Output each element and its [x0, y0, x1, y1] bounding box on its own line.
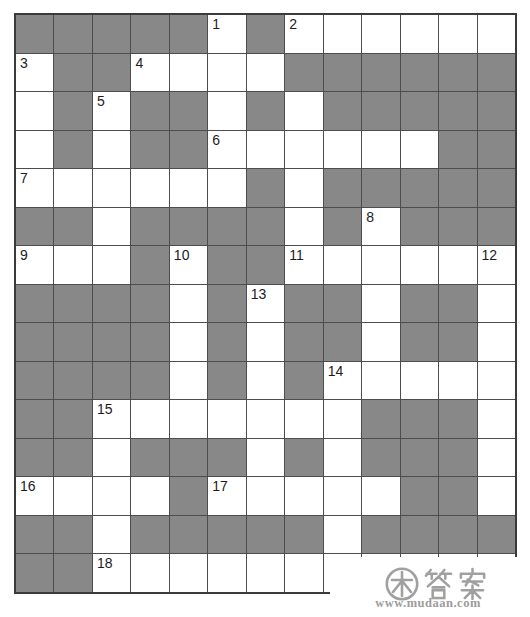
- white-cell[interactable]: [93, 169, 130, 207]
- clue-number: 15: [97, 401, 113, 417]
- block-cell: [16, 285, 53, 323]
- block-cell: [131, 439, 168, 477]
- white-cell[interactable]: [401, 246, 438, 284]
- white-cell[interactable]: [478, 400, 515, 438]
- white-cell[interactable]: [93, 208, 130, 246]
- block-cell: [16, 400, 53, 438]
- white-cell[interactable]: [362, 246, 399, 284]
- white-cell[interactable]: [285, 477, 322, 515]
- white-cell[interactable]: [285, 208, 322, 246]
- block-cell: [401, 516, 438, 554]
- white-cell[interactable]: [170, 554, 207, 592]
- white-cell[interactable]: [247, 400, 284, 438]
- white-cell[interactable]: [362, 285, 399, 323]
- block-cell: [54, 131, 91, 169]
- block-cell: [285, 285, 322, 323]
- block-cell: [208, 285, 245, 323]
- white-cell[interactable]: [247, 554, 284, 592]
- block-cell: [439, 477, 476, 515]
- white-cell[interactable]: [401, 131, 438, 169]
- block-cell: [16, 323, 53, 361]
- white-cell[interactable]: 17: [208, 477, 245, 515]
- white-cell[interactable]: [324, 15, 361, 53]
- white-cell[interactable]: [362, 15, 399, 53]
- white-cell[interactable]: [247, 362, 284, 400]
- block-cell: [285, 323, 322, 361]
- white-cell[interactable]: [170, 54, 207, 92]
- block-cell: [208, 362, 245, 400]
- block-cell: [54, 400, 91, 438]
- white-cell[interactable]: [324, 400, 361, 438]
- block-cell: [16, 15, 53, 53]
- clue-number: 8: [366, 209, 374, 225]
- white-cell[interactable]: [285, 554, 322, 592]
- white-cell[interactable]: [247, 439, 284, 477]
- white-cell[interactable]: 13: [247, 285, 284, 323]
- block-cell: [247, 92, 284, 130]
- white-cell[interactable]: [131, 400, 168, 438]
- white-cell[interactable]: 14: [324, 362, 361, 400]
- white-cell[interactable]: [362, 362, 399, 400]
- clue-number: 16: [20, 478, 36, 494]
- white-cell[interactable]: 5: [93, 92, 130, 130]
- white-cell[interactable]: 6: [208, 131, 245, 169]
- block-cell: [478, 208, 515, 246]
- white-cell[interactable]: [478, 15, 515, 53]
- block-cell: [285, 362, 322, 400]
- block-cell: [247, 208, 284, 246]
- block-cell: [362, 400, 399, 438]
- white-cell[interactable]: [478, 323, 515, 361]
- white-cell[interactable]: [401, 362, 438, 400]
- block-cell: [401, 169, 438, 207]
- clue-number: 7: [20, 170, 28, 186]
- white-cell[interactable]: [170, 323, 207, 361]
- white-cell[interactable]: [247, 131, 284, 169]
- block-cell: [16, 516, 53, 554]
- white-cell[interactable]: [93, 477, 130, 515]
- block-cell: [93, 54, 130, 92]
- block-cell: [93, 323, 130, 361]
- white-cell[interactable]: [439, 246, 476, 284]
- block-cell: [362, 439, 399, 477]
- block-cell: [439, 285, 476, 323]
- block-cell: [131, 246, 168, 284]
- block-cell: [439, 169, 476, 207]
- white-cell[interactable]: 16: [16, 477, 53, 515]
- block-cell: [362, 54, 399, 92]
- block-cell: [208, 208, 245, 246]
- crossword-page: 123456789101112131415161718 www.mudaan.c…: [0, 0, 530, 617]
- clue-number: 2: [289, 16, 297, 32]
- white-cell[interactable]: [54, 169, 91, 207]
- block-cell: [324, 208, 361, 246]
- block-cell: [170, 516, 207, 554]
- block-cell: [401, 477, 438, 515]
- block-cell: [93, 285, 130, 323]
- block-cell: [439, 92, 476, 130]
- white-cell[interactable]: [285, 169, 322, 207]
- white-cell[interactable]: [478, 362, 515, 400]
- block-cell: [439, 208, 476, 246]
- white-cell[interactable]: [478, 285, 515, 323]
- block-cell: [131, 15, 168, 53]
- white-cell[interactable]: 2: [285, 15, 322, 53]
- block-cell: [439, 54, 476, 92]
- white-cell[interactable]: [16, 92, 53, 130]
- white-cell[interactable]: [208, 400, 245, 438]
- block-cell: [362, 169, 399, 207]
- white-cell[interactable]: [131, 477, 168, 515]
- block-cell: [54, 92, 91, 130]
- white-cell[interactable]: [362, 131, 399, 169]
- white-cell[interactable]: [93, 246, 130, 284]
- block-cell: [439, 323, 476, 361]
- white-cell[interactable]: 12: [478, 246, 515, 284]
- block-cell: [208, 323, 245, 361]
- block-cell: [54, 516, 91, 554]
- white-cell[interactable]: [208, 92, 245, 130]
- white-cell[interactable]: [324, 439, 361, 477]
- white-cell[interactable]: 1: [208, 15, 245, 53]
- clue-number: 6: [212, 132, 220, 148]
- crossword-grid: 123456789101112131415161718: [14, 13, 517, 594]
- block-cell: [362, 92, 399, 130]
- block-cell: [324, 285, 361, 323]
- block-cell: [131, 92, 168, 130]
- block-cell: [16, 439, 53, 477]
- white-cell[interactable]: [478, 477, 515, 515]
- white-cell[interactable]: 15: [93, 400, 130, 438]
- block-cell: [401, 323, 438, 361]
- block-cell: [401, 54, 438, 92]
- clue-number: 5: [97, 93, 105, 109]
- block-cell: [285, 439, 322, 477]
- block-cell: [131, 516, 168, 554]
- clue-number: 13: [251, 286, 267, 302]
- block-cell: [401, 92, 438, 130]
- white-cell[interactable]: [324, 516, 361, 554]
- white-cell[interactable]: [208, 554, 245, 592]
- clue-number: 4: [135, 55, 143, 71]
- block-cell: [16, 362, 53, 400]
- white-cell[interactable]: [362, 323, 399, 361]
- block-cell: [131, 208, 168, 246]
- block-cell: [54, 323, 91, 361]
- block-cell: [478, 516, 515, 554]
- watermark: www.mudaan.com: [330, 557, 530, 617]
- block-cell: [285, 516, 322, 554]
- white-cell[interactable]: [93, 131, 130, 169]
- block-cell: [208, 439, 245, 477]
- white-cell[interactable]: [285, 92, 322, 130]
- block-cell: [247, 246, 284, 284]
- block-cell: [247, 516, 284, 554]
- clue-number: 1: [212, 16, 220, 32]
- block-cell: [324, 92, 361, 130]
- white-cell[interactable]: [170, 169, 207, 207]
- white-cell[interactable]: 7: [16, 169, 53, 207]
- white-cell[interactable]: [93, 439, 130, 477]
- white-cell[interactable]: 10: [170, 246, 207, 284]
- clue-number: 9: [20, 247, 28, 263]
- block-cell: [401, 285, 438, 323]
- white-cell[interactable]: [439, 362, 476, 400]
- block-cell: [16, 554, 53, 592]
- block-cell: [16, 208, 53, 246]
- block-cell: [54, 554, 91, 592]
- clue-number: 18: [97, 555, 113, 571]
- block-cell: [324, 323, 361, 361]
- block-cell: [131, 323, 168, 361]
- white-cell[interactable]: [324, 477, 361, 515]
- block-cell: [170, 15, 207, 53]
- block-cell: [478, 169, 515, 207]
- block-cell: [401, 400, 438, 438]
- block-cell: [54, 54, 91, 92]
- clue-number: 3: [20, 55, 28, 71]
- white-cell[interactable]: [208, 54, 245, 92]
- white-cell[interactable]: [362, 477, 399, 515]
- block-cell: [170, 92, 207, 130]
- block-cell: [170, 439, 207, 477]
- block-cell: [247, 15, 284, 53]
- white-cell[interactable]: [170, 285, 207, 323]
- white-cell[interactable]: [208, 169, 245, 207]
- clue-number: 12: [482, 247, 498, 263]
- white-cell[interactable]: [324, 246, 361, 284]
- block-cell: [54, 285, 91, 323]
- white-cell[interactable]: [285, 400, 322, 438]
- block-cell: [478, 92, 515, 130]
- block-cell: [208, 246, 245, 284]
- white-cell[interactable]: [247, 54, 284, 92]
- white-cell[interactable]: [54, 477, 91, 515]
- clue-number: 11: [289, 247, 304, 263]
- white-cell[interactable]: 4: [131, 54, 168, 92]
- clue-number: 10: [174, 247, 190, 263]
- block-cell: [54, 15, 91, 53]
- white-cell[interactable]: 3: [16, 54, 53, 92]
- block-cell: [208, 516, 245, 554]
- block-cell: [247, 169, 284, 207]
- white-cell[interactable]: [439, 15, 476, 53]
- white-cell[interactable]: 18: [93, 554, 130, 592]
- white-cell[interactable]: [401, 15, 438, 53]
- white-cell[interactable]: 9: [16, 246, 53, 284]
- white-cell[interactable]: [170, 400, 207, 438]
- white-cell[interactable]: 11: [285, 246, 322, 284]
- white-cell[interactable]: [324, 131, 361, 169]
- white-cell[interactable]: [131, 169, 168, 207]
- block-cell: [170, 131, 207, 169]
- white-cell[interactable]: [247, 477, 284, 515]
- block-cell: [170, 477, 207, 515]
- block-cell: [170, 208, 207, 246]
- white-cell[interactable]: 8: [362, 208, 399, 246]
- block-cell: [93, 362, 130, 400]
- white-cell[interactable]: [285, 131, 322, 169]
- block-cell: [54, 208, 91, 246]
- block-cell: [54, 439, 91, 477]
- block-cell: [285, 54, 322, 92]
- block-cell: [439, 516, 476, 554]
- white-cell[interactable]: [478, 439, 515, 477]
- block-cell: [439, 131, 476, 169]
- white-cell[interactable]: [93, 516, 130, 554]
- white-cell[interactable]: [131, 554, 168, 592]
- clue-number: 17: [212, 478, 228, 494]
- block-cell: [324, 169, 361, 207]
- block-cell: [131, 362, 168, 400]
- block-cell: [131, 285, 168, 323]
- block-cell: [478, 54, 515, 92]
- block-cell: [131, 131, 168, 169]
- block-cell: [401, 208, 438, 246]
- white-cell[interactable]: [247, 323, 284, 361]
- block-cell: [54, 362, 91, 400]
- white-cell[interactable]: [54, 246, 91, 284]
- white-cell[interactable]: [16, 131, 53, 169]
- block-cell: [478, 131, 515, 169]
- block-cell: [439, 439, 476, 477]
- watermark-url: www.mudaan.com: [330, 596, 526, 611]
- clue-number: 14: [328, 363, 344, 379]
- block-cell: [324, 54, 361, 92]
- block-cell: [93, 15, 130, 53]
- white-cell[interactable]: [170, 362, 207, 400]
- block-cell: [401, 439, 438, 477]
- block-cell: [362, 516, 399, 554]
- block-cell: [439, 400, 476, 438]
